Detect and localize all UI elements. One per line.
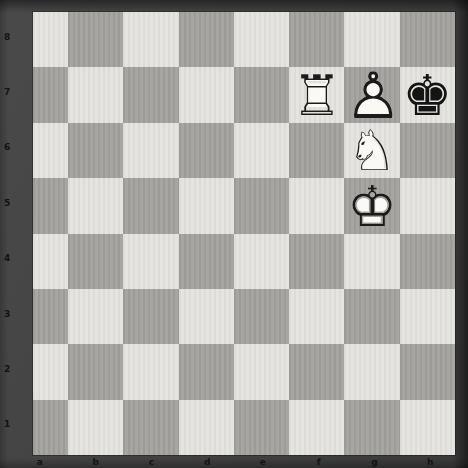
chess-board: ♜♖♟♙♚♞♘♚♔ bbox=[33, 12, 455, 455]
file-label-e: e bbox=[235, 455, 291, 468]
square-d3[interactable] bbox=[179, 289, 234, 344]
square-d2[interactable] bbox=[179, 344, 234, 399]
square-c6[interactable] bbox=[123, 123, 178, 178]
rank-label-2: 2 bbox=[0, 341, 30, 396]
file-label-c: c bbox=[124, 455, 180, 468]
square-g6[interactable]: ♞♘ bbox=[344, 123, 399, 178]
square-f4[interactable] bbox=[289, 234, 344, 289]
rank-label-5: 5 bbox=[0, 175, 30, 230]
square-b4[interactable] bbox=[68, 234, 123, 289]
square-g7[interactable]: ♟♙ bbox=[344, 67, 399, 122]
square-a8[interactable] bbox=[33, 12, 68, 67]
square-g4[interactable] bbox=[344, 234, 399, 289]
file-label-h: h bbox=[402, 455, 458, 468]
square-f8[interactable] bbox=[289, 12, 344, 67]
square-d6[interactable] bbox=[179, 123, 234, 178]
square-h7[interactable]: ♚ bbox=[400, 67, 455, 122]
square-h6[interactable] bbox=[400, 123, 455, 178]
square-b8[interactable] bbox=[68, 12, 123, 67]
square-c8[interactable] bbox=[123, 12, 178, 67]
square-b2[interactable] bbox=[68, 344, 123, 399]
white-rook-f7[interactable]: ♜♖ bbox=[289, 67, 344, 122]
white-king-icon: ♔ bbox=[344, 179, 399, 235]
square-c7[interactable] bbox=[123, 67, 178, 122]
file-label-b: b bbox=[68, 455, 124, 468]
square-e1[interactable] bbox=[234, 400, 289, 455]
square-f6[interactable] bbox=[289, 123, 344, 178]
file-label-a: a bbox=[12, 455, 68, 468]
rank-label-3: 3 bbox=[0, 286, 30, 341]
square-h5[interactable] bbox=[400, 178, 455, 233]
square-g3[interactable] bbox=[344, 289, 399, 344]
square-h3[interactable] bbox=[400, 289, 455, 344]
white-king-g5[interactable]: ♚♔ bbox=[344, 178, 399, 233]
square-b7[interactable] bbox=[68, 67, 123, 122]
white-knight-icon: ♘ bbox=[344, 123, 399, 179]
square-b3[interactable] bbox=[68, 289, 123, 344]
square-h4[interactable] bbox=[400, 234, 455, 289]
square-d7[interactable] bbox=[179, 67, 234, 122]
square-c4[interactable] bbox=[123, 234, 178, 289]
square-a6[interactable] bbox=[33, 123, 68, 178]
white-pawn-g7[interactable]: ♟♙ bbox=[344, 67, 399, 122]
square-a4[interactable] bbox=[33, 234, 68, 289]
square-g1[interactable] bbox=[344, 400, 399, 455]
square-e3[interactable] bbox=[234, 289, 289, 344]
square-e8[interactable] bbox=[234, 12, 289, 67]
square-e4[interactable] bbox=[234, 234, 289, 289]
file-label-g: g bbox=[347, 455, 403, 468]
square-g5[interactable]: ♚♔ bbox=[344, 178, 399, 233]
square-f3[interactable] bbox=[289, 289, 344, 344]
square-b1[interactable] bbox=[68, 400, 123, 455]
rank-label-4: 4 bbox=[0, 231, 30, 286]
black-king-icon: ♚ bbox=[400, 68, 455, 124]
square-a7[interactable] bbox=[33, 67, 68, 122]
rank-label-1: 1 bbox=[0, 397, 30, 452]
square-e5[interactable] bbox=[234, 178, 289, 233]
square-e2[interactable] bbox=[234, 344, 289, 399]
square-a2[interactable] bbox=[33, 344, 68, 399]
square-c3[interactable] bbox=[123, 289, 178, 344]
square-e7[interactable] bbox=[234, 67, 289, 122]
square-c1[interactable] bbox=[123, 400, 178, 455]
rank-labels: 87654321 bbox=[0, 12, 30, 455]
square-f2[interactable] bbox=[289, 344, 344, 399]
square-c2[interactable] bbox=[123, 344, 178, 399]
square-f7[interactable]: ♜♖ bbox=[289, 67, 344, 122]
square-a5[interactable] bbox=[33, 178, 68, 233]
square-b5[interactable] bbox=[68, 178, 123, 233]
rank-label-7: 7 bbox=[0, 64, 30, 119]
square-c5[interactable] bbox=[123, 178, 178, 233]
black-king-h7[interactable]: ♚ bbox=[400, 67, 455, 122]
chess-diagram: ♜♖♟♙♚♞♘♚♔ 87654321 abcdefgh bbox=[0, 0, 468, 468]
square-a3[interactable] bbox=[33, 289, 68, 344]
square-h2[interactable] bbox=[400, 344, 455, 399]
square-h1[interactable] bbox=[400, 400, 455, 455]
file-labels: abcdefgh bbox=[12, 455, 458, 468]
square-h8[interactable] bbox=[400, 12, 455, 67]
white-knight-g6[interactable]: ♞♘ bbox=[344, 123, 399, 178]
white-rook-icon: ♖ bbox=[289, 68, 344, 124]
square-f1[interactable] bbox=[289, 400, 344, 455]
square-d4[interactable] bbox=[179, 234, 234, 289]
square-f5[interactable] bbox=[289, 178, 344, 233]
square-a1[interactable] bbox=[33, 400, 68, 455]
square-g2[interactable] bbox=[344, 344, 399, 399]
square-d5[interactable] bbox=[179, 178, 234, 233]
square-d1[interactable] bbox=[179, 400, 234, 455]
rank-label-6: 6 bbox=[0, 120, 30, 175]
square-e6[interactable] bbox=[234, 123, 289, 178]
file-label-d: d bbox=[179, 455, 235, 468]
file-label-f: f bbox=[291, 455, 347, 468]
square-b6[interactable] bbox=[68, 123, 123, 178]
square-d8[interactable] bbox=[179, 12, 234, 67]
rank-label-8: 8 bbox=[0, 9, 30, 64]
